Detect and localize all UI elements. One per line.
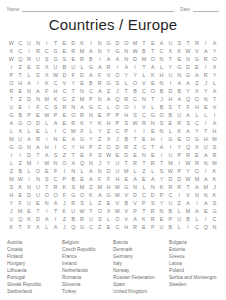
grid-cell-r24c23: Q: [201, 223, 210, 231]
grid-cell-r12c22: Y: [192, 127, 201, 135]
grid-cell-r19c10: Z: [86, 183, 95, 191]
grid-cell-r7c22: X: [192, 87, 201, 95]
grid-cell-r18c6: C: [51, 175, 60, 183]
grid-cell-r14c13: D: [113, 143, 122, 151]
grid-cell-r3c17: O: [148, 55, 157, 63]
grid-cell-r2c10: A: [86, 47, 95, 55]
grid-cell-r8c12: A: [104, 95, 113, 103]
grid-cell-r24c22: C: [192, 223, 201, 231]
grid-cell-r23c18: E: [157, 215, 166, 223]
grid-cell-r19c9: M: [78, 183, 87, 191]
grid-cell-r8c5: M: [42, 95, 51, 103]
grid-cell-r24c3: F: [25, 223, 34, 231]
grid-cell-r7c13: J: [113, 87, 122, 95]
grid-cell-r15c24: R: [210, 151, 219, 159]
grid-cell-r5c1: P: [7, 71, 16, 79]
grid-cell-r4c24: X: [210, 63, 219, 71]
grid-cell-r15c4: T: [33, 151, 42, 159]
grid-cell-r14c4: A: [33, 143, 42, 151]
grid-cell-r3c14: N: [122, 55, 131, 63]
word-item: Slovak Republic: [7, 281, 62, 288]
grid-cell-r6c12: G: [104, 79, 113, 87]
grid-cell-r6c11: R: [95, 79, 104, 87]
grid-cell-r20c12: G: [104, 191, 113, 199]
grid-cell-r3c21: N: [184, 55, 193, 63]
grid-cell-r17c21: Y: [184, 167, 193, 175]
grid-cell-r3c1: W: [7, 55, 16, 63]
grid-cell-r13c20: E: [175, 135, 184, 143]
grid-cell-r11c4: D: [33, 119, 42, 127]
grid-cell-r17c1: Z: [7, 167, 16, 175]
grid-cell-r9c1: U: [7, 103, 16, 111]
grid-cell-r8c21: Q: [184, 95, 193, 103]
grid-cell-r13c11: Z: [95, 135, 104, 143]
grid-cell-r3c3: R: [25, 55, 34, 63]
grid-cell-r18c2: W: [16, 175, 25, 183]
grid-cell-r1c17: E: [148, 39, 157, 47]
word-list: AustriaCroatiaFinlandHungaryLithuaniaPor…: [7, 239, 219, 295]
grid-cell-r22c11: O: [95, 207, 104, 215]
grid-cell-r23c19: P: [166, 215, 175, 223]
grid-cell-r20c13: W: [113, 191, 122, 199]
grid-cell-r4c8: U: [69, 63, 78, 71]
grid-cell-r13c10: Y: [86, 135, 95, 143]
grid-cell-r5c20: N: [175, 71, 184, 79]
grid-cell-r11c20: R: [175, 119, 184, 127]
grid-cell-r9c10: G: [86, 103, 95, 111]
grid-cell-r11c1: A: [7, 119, 16, 127]
grid-cell-r11c14: S: [122, 119, 131, 127]
grid-cell-r18c7: P: [60, 175, 69, 183]
grid-cell-r14c1: G: [7, 143, 16, 151]
word-item: Russian Federation: [113, 274, 169, 281]
grid-cell-r8c2: Z: [16, 95, 25, 103]
grid-cell-r17c9: L: [78, 167, 87, 175]
grid-cell-r19c1: S: [7, 183, 16, 191]
grid-cell-r1c20: S: [175, 39, 184, 47]
grid-cell-r21c12: E: [104, 199, 113, 207]
grid-cell-r2c17: T: [148, 47, 157, 55]
grid-cell-r6c4: I: [33, 79, 42, 87]
grid-cell-r6c5: K: [42, 79, 51, 87]
grid-cell-r21c17: S: [148, 199, 157, 207]
grid-cell-r20c20: I: [175, 191, 184, 199]
grid-cell-r8c14: R: [122, 95, 131, 103]
grid-cell-r8c16: N: [139, 95, 148, 103]
date-blank-line: [193, 7, 219, 12]
grid-cell-r2c24: Y: [210, 47, 219, 55]
grid-cell-r1c5: I: [42, 39, 51, 47]
grid-cell-r8c7: G: [60, 95, 69, 103]
word-item: United Kingdom: [113, 288, 169, 295]
word-list-column-1: AustriaCroatiaFinlandHungaryLithuaniaPor…: [7, 239, 62, 295]
word-item: Slovenia: [62, 281, 113, 288]
grid-cell-r9c3: I: [25, 103, 34, 111]
grid-cell-r12c17: E: [148, 127, 157, 135]
grid-cell-r24c14: H: [122, 223, 131, 231]
grid-cell-r12c1: L: [7, 127, 16, 135]
grid-cell-r14c2: G: [16, 143, 25, 151]
grid-cell-r8c13: Q: [113, 95, 122, 103]
word-item: Croatia: [7, 246, 62, 253]
grid-cell-r4c14: A: [122, 63, 131, 71]
grid-cell-r22c2: M: [16, 207, 25, 215]
grid-cell-r5c11: F: [95, 71, 104, 79]
grid-cell-r16c10: N: [86, 159, 95, 167]
grid-cell-r3c4: U: [33, 55, 42, 63]
grid-cell-r6c6: C: [51, 79, 60, 87]
grid-cell-r24c5: L: [42, 223, 51, 231]
grid-cell-r2c22: V: [192, 47, 201, 55]
grid-cell-r7c16: C: [139, 87, 148, 95]
grid-cell-r3c19: T: [166, 55, 175, 63]
grid-cell-r2c18: C: [157, 47, 166, 55]
grid-cell-r5c21: G: [184, 71, 193, 79]
grid-cell-r16c5: W: [42, 159, 51, 167]
grid-cell-r2c6: G: [51, 47, 60, 55]
grid-cell-r1c12: G: [104, 39, 113, 47]
grid-cell-r22c17: R: [148, 207, 157, 215]
grid-cell-r14c12: O: [104, 143, 113, 151]
grid-cell-r8c4: N: [33, 95, 42, 103]
grid-cell-r7c7: C: [60, 87, 69, 95]
grid-cell-r1c22: R: [192, 39, 201, 47]
grid-cell-r1c2: C: [16, 39, 25, 47]
grid-cell-r7c17: O: [148, 87, 157, 95]
grid-cell-r19c5: T: [42, 183, 51, 191]
grid-cell-r9c21: F: [184, 103, 193, 111]
grid-cell-r9c22: H: [192, 103, 201, 111]
grid-cell-r8c20: A: [175, 95, 184, 103]
grid-cell-r11c18: S: [157, 119, 166, 127]
grid-cell-r5c14: Y: [122, 71, 131, 79]
grid-cell-r7c18: B: [157, 87, 166, 95]
date-label: Date:: [180, 7, 193, 12]
grid-cell-r5c22: A: [192, 71, 201, 79]
grid-cell-r7c4: A: [33, 87, 42, 95]
grid-cell-r5c16: L: [139, 71, 148, 79]
grid-cell-r6c3: A: [25, 79, 34, 87]
grid-cell-r21c11: Z: [95, 199, 104, 207]
grid-cell-r19c19: R: [166, 183, 175, 191]
grid-cell-r19c11: M: [95, 183, 104, 191]
grid-cell-r18c16: E: [139, 175, 148, 183]
word-item: Sweden: [169, 281, 219, 288]
name-date-row: Name: Date:: [0, 3, 226, 12]
grid-cell-r13c6: N: [51, 135, 60, 143]
grid-cell-r5c10: A: [86, 71, 95, 79]
grid-cell-r15c23: A: [201, 151, 210, 159]
grid-cell-r1c8: D: [69, 39, 78, 47]
grid-cell-r23c3: K: [25, 215, 34, 223]
grid-cell-r4c3: E: [25, 63, 34, 71]
grid-cell-r12c24: H: [210, 127, 219, 135]
grid-cell-r6c23: J: [201, 79, 210, 87]
grid-cell-r5c18: H: [157, 71, 166, 79]
grid-cell-r20c7: F: [60, 191, 69, 199]
grid-cell-r17c24: K: [210, 167, 219, 175]
word-item: Portugal: [7, 274, 62, 281]
grid-cell-r2c7: E: [60, 47, 69, 55]
grid-cell-r5c19: U: [166, 71, 175, 79]
grid-cell-r18c4: N: [33, 175, 42, 183]
grid-cell-r6c19: I: [166, 79, 175, 87]
grid-cell-r4c5: X: [42, 63, 51, 71]
grid-cell-r9c19: S: [166, 103, 175, 111]
grid-cell-r3c13: A: [113, 55, 122, 63]
grid-cell-r20c14: V: [122, 191, 131, 199]
grid-cell-r22c19: B: [166, 207, 175, 215]
grid-cell-r8c19: H: [166, 95, 175, 103]
grid-cell-r15c18: I: [157, 151, 166, 159]
grid-cell-r4c21: D: [184, 63, 193, 71]
grid-cell-r14c24: S: [210, 143, 219, 151]
grid-cell-r16c18: T: [157, 159, 166, 167]
grid-cell-r16c1: L: [7, 159, 16, 167]
grid-cell-r7c5: F: [42, 87, 51, 95]
grid-cell-r4c7: B: [60, 63, 69, 71]
grid-cell-r14c3: N: [25, 143, 34, 151]
grid-cell-r21c3: U: [25, 199, 34, 207]
grid-cell-r6c8: Y: [69, 79, 78, 87]
grid-cell-r17c12: D: [104, 167, 113, 175]
grid-cell-r2c13: G: [113, 47, 122, 55]
grid-cell-r21c7: J: [60, 199, 69, 207]
grid-cell-r14c9: H: [78, 143, 87, 151]
grid-cell-r7c21: Y: [184, 87, 193, 95]
grid-cell-r2c3: I: [25, 47, 34, 55]
grid-cell-r5c3: L: [25, 71, 34, 79]
grid-cell-r18c13: H: [113, 175, 122, 183]
grid-cell-r1c13: D: [113, 39, 122, 47]
grid-cell-r4c18: L: [157, 63, 166, 71]
grid-cell-r19c3: N: [25, 183, 34, 191]
grid-cell-r7c3: N: [25, 87, 34, 95]
grid-cell-r9c18: B: [157, 103, 166, 111]
grid-cell-r18c9: E: [78, 175, 87, 183]
grid-cell-r3c22: G: [192, 55, 201, 63]
grid-cell-r7c9: N: [78, 87, 87, 95]
grid-cell-r22c6: T: [51, 207, 60, 215]
grid-cell-r24c21: I: [184, 223, 193, 231]
grid-cell-r22c21: M: [184, 207, 193, 215]
grid-cell-r10c19: B: [166, 111, 175, 119]
grid-cell-r23c6: I: [51, 215, 60, 223]
grid-cell-r4c4: S: [33, 63, 42, 71]
grid-cell-r8c3: D: [25, 95, 34, 103]
grid-cell-r14c17: T: [148, 143, 157, 151]
grid-cell-r22c3: E: [25, 207, 34, 215]
grid-cell-r13c22: G: [192, 135, 201, 143]
grid-cell-r7c10: C: [86, 87, 95, 95]
grid-cell-r8c9: M: [78, 95, 87, 103]
grid-cell-r16c24: M: [210, 159, 219, 167]
grid-cell-r3c15: D: [131, 55, 140, 63]
grid-cell-r17c11: N: [95, 167, 104, 175]
grid-cell-r13c23: H: [201, 135, 210, 143]
grid-cell-r24c17: P: [148, 223, 157, 231]
grid-cell-r10c5: W: [42, 111, 51, 119]
grid-cell-r24c8: Q: [69, 223, 78, 231]
grid-cell-r2c15: W: [131, 47, 140, 55]
grid-cell-r22c15: P: [131, 207, 140, 215]
grid-cell-r22c24: G: [210, 207, 219, 215]
grid-cell-r21c2: F: [16, 199, 25, 207]
grid-cell-r22c1: J: [7, 207, 16, 215]
grid-cell-r18c24: K: [210, 175, 219, 183]
grid-cell-r7c11: A: [95, 87, 104, 95]
grid-cell-r19c20: R: [175, 183, 184, 191]
grid-cell-r13c24: M: [210, 135, 219, 143]
grid-cell-r11c6: A: [51, 119, 60, 127]
grid-cell-r23c20: U: [175, 215, 184, 223]
grid-cell-r16c19: M: [166, 159, 175, 167]
grid-cell-r2c21: W: [184, 47, 193, 55]
grid-cell-r9c24: V: [210, 103, 219, 111]
grid-cell-r16c17: R: [148, 159, 157, 167]
grid-cell-r15c21: R: [184, 151, 193, 159]
grid-cell-r17c16: Z: [139, 167, 148, 175]
grid-cell-r20c11: A: [95, 191, 104, 199]
grid-cell-r1c16: T: [139, 39, 148, 47]
word-item: Ireland: [62, 260, 113, 267]
grid-cell-r5c13: O: [113, 71, 122, 79]
grid-cell-r14c8: Y: [69, 143, 78, 151]
grid-cell-r3c20: E: [175, 55, 184, 63]
grid-cell-r24c10: C: [86, 223, 95, 231]
word-list-column-2: BelgiumCzech RepublicFranceIrelandNether…: [62, 239, 113, 295]
grid-cell-r8c6: K: [51, 95, 60, 103]
grid-cell-r16c20: I: [175, 159, 184, 167]
grid-cell-r23c2: Q: [16, 215, 25, 223]
grid-cell-r3c24: O: [210, 55, 219, 63]
grid-cell-r21c14: B: [122, 199, 131, 207]
grid-cell-r10c15: S: [131, 111, 140, 119]
grid-cell-r18c14: E: [122, 175, 131, 183]
grid-cell-r18c18: Y: [157, 175, 166, 183]
grid-cell-r10c12: P: [104, 111, 113, 119]
grid-cell-r6c21: A: [184, 79, 193, 87]
grid-cell-r9c15: I: [131, 103, 140, 111]
grid-cell-r3c5: S: [42, 55, 51, 63]
grid-cell-r20c1: H: [7, 191, 16, 199]
grid-cell-r15c10: F: [86, 151, 95, 159]
grid-cell-r20c15: D: [131, 191, 140, 199]
grid-cell-r15c22: E: [192, 151, 201, 159]
grid-cell-r17c23: I: [201, 167, 210, 175]
grid-cell-r21c6: A: [51, 199, 60, 207]
grid-cell-r11c21: S: [184, 119, 193, 127]
grid-cell-r11c22: C: [192, 119, 201, 127]
grid-cell-r9c16: V: [139, 103, 148, 111]
grid-cell-r7c6: H: [51, 87, 60, 95]
grid-cell-r23c11: S: [95, 215, 104, 223]
grid-cell-r21c20: Z: [175, 199, 184, 207]
grid-cell-r14c18: A: [157, 143, 166, 151]
grid-cell-r3c18: N: [157, 55, 166, 63]
grid-cell-r6c18: N: [157, 79, 166, 87]
grid-cell-r12c15: I: [131, 127, 140, 135]
grid-cell-r3c10: B: [86, 55, 95, 63]
grid-cell-r5c24: Y: [210, 71, 219, 79]
grid-cell-r17c3: L: [25, 167, 34, 175]
grid-cell-r12c4: E: [33, 127, 42, 135]
grid-cell-r21c4: E: [33, 199, 42, 207]
grid-cell-r4c13: I: [113, 63, 122, 71]
grid-cell-r6c14: L: [122, 79, 131, 87]
grid-cell-r9c6: S: [51, 103, 60, 111]
grid-cell-r18c21: W: [184, 175, 193, 183]
grid-cell-r13c19: G: [166, 135, 175, 143]
grid-cell-r10c1: G: [7, 111, 16, 119]
grid-cell-r23c9: R: [78, 215, 87, 223]
grid-cell-r20c23: N: [201, 191, 210, 199]
word-item: Serbia and Montengro: [169, 274, 219, 281]
grid-cell-r21c18: Y: [157, 199, 166, 207]
word-item: Norway: [113, 267, 169, 274]
grid-cell-r9c12: L: [104, 103, 113, 111]
grid-cell-r13c3: A: [25, 135, 34, 143]
grid-cell-r21c16: P: [139, 199, 148, 207]
grid-cell-r18c22: M: [192, 175, 201, 183]
grid-cell-r19c23: M: [201, 183, 210, 191]
grid-cell-r6c13: S: [113, 79, 122, 87]
grid-cell-r4c2: Z: [16, 63, 25, 71]
grid-cell-r1c1: W: [7, 39, 16, 47]
grid-cell-r13c15: T: [131, 135, 140, 143]
grid-cell-r23c17: R: [148, 215, 157, 223]
grid-cell-r23c12: L: [104, 215, 113, 223]
grid-cell-r7c1: R: [7, 87, 16, 95]
grid-cell-r17c19: W: [166, 167, 175, 175]
grid-cell-r20c17: D: [148, 191, 157, 199]
grid-cell-r22c23: E: [201, 207, 210, 215]
grid-cell-r9c9: A: [78, 103, 87, 111]
word-item: France: [62, 253, 113, 260]
grid-cell-r13c8: A: [69, 135, 78, 143]
grid-cell-r1c4: N: [33, 39, 42, 47]
grid-cell-r13c14: B: [122, 135, 131, 143]
grid-cell-r22c8: U: [69, 207, 78, 215]
grid-cell-r8c22: O: [192, 95, 201, 103]
grid-cell-r10c3: P: [25, 111, 34, 119]
grid-cell-r24c16: E: [139, 223, 148, 231]
grid-cell-r3c9: R: [78, 55, 87, 63]
grid-cell-r6c1: O: [7, 79, 16, 87]
grid-cell-r17c15: L: [131, 167, 140, 175]
grid-cell-r18c11: F: [95, 175, 104, 183]
grid-cell-r12c21: A: [184, 127, 193, 135]
grid-cell-r6c15: O: [131, 79, 140, 87]
grid-cell-r12c14: P: [122, 127, 131, 135]
grid-cell-r24c2: T: [16, 223, 25, 231]
grid-cell-r9c8: N: [69, 103, 78, 111]
grid-cell-r22c5: I: [42, 207, 51, 215]
grid-cell-r10c8: O: [69, 111, 78, 119]
grid-cell-r8c17: T: [148, 95, 157, 103]
name-blank-line: [22, 7, 174, 12]
grid-cell-r11c23: I: [201, 119, 210, 127]
grid-cell-r15c13: E: [113, 151, 122, 159]
grid-cell-r16c2: Z: [16, 159, 25, 167]
worksheet-page: Name: Date: Countries / Europe WCUNITEDK…: [0, 0, 226, 300]
grid-cell-r1c23: I: [201, 39, 210, 47]
grid-cell-r5c15: Y: [131, 71, 140, 79]
grid-cell-r14c5: H: [42, 143, 51, 151]
grid-cell-r11c8: R: [69, 119, 78, 127]
grid-cell-r18c23: A: [201, 175, 210, 183]
grid-cell-r20c5: O: [42, 191, 51, 199]
